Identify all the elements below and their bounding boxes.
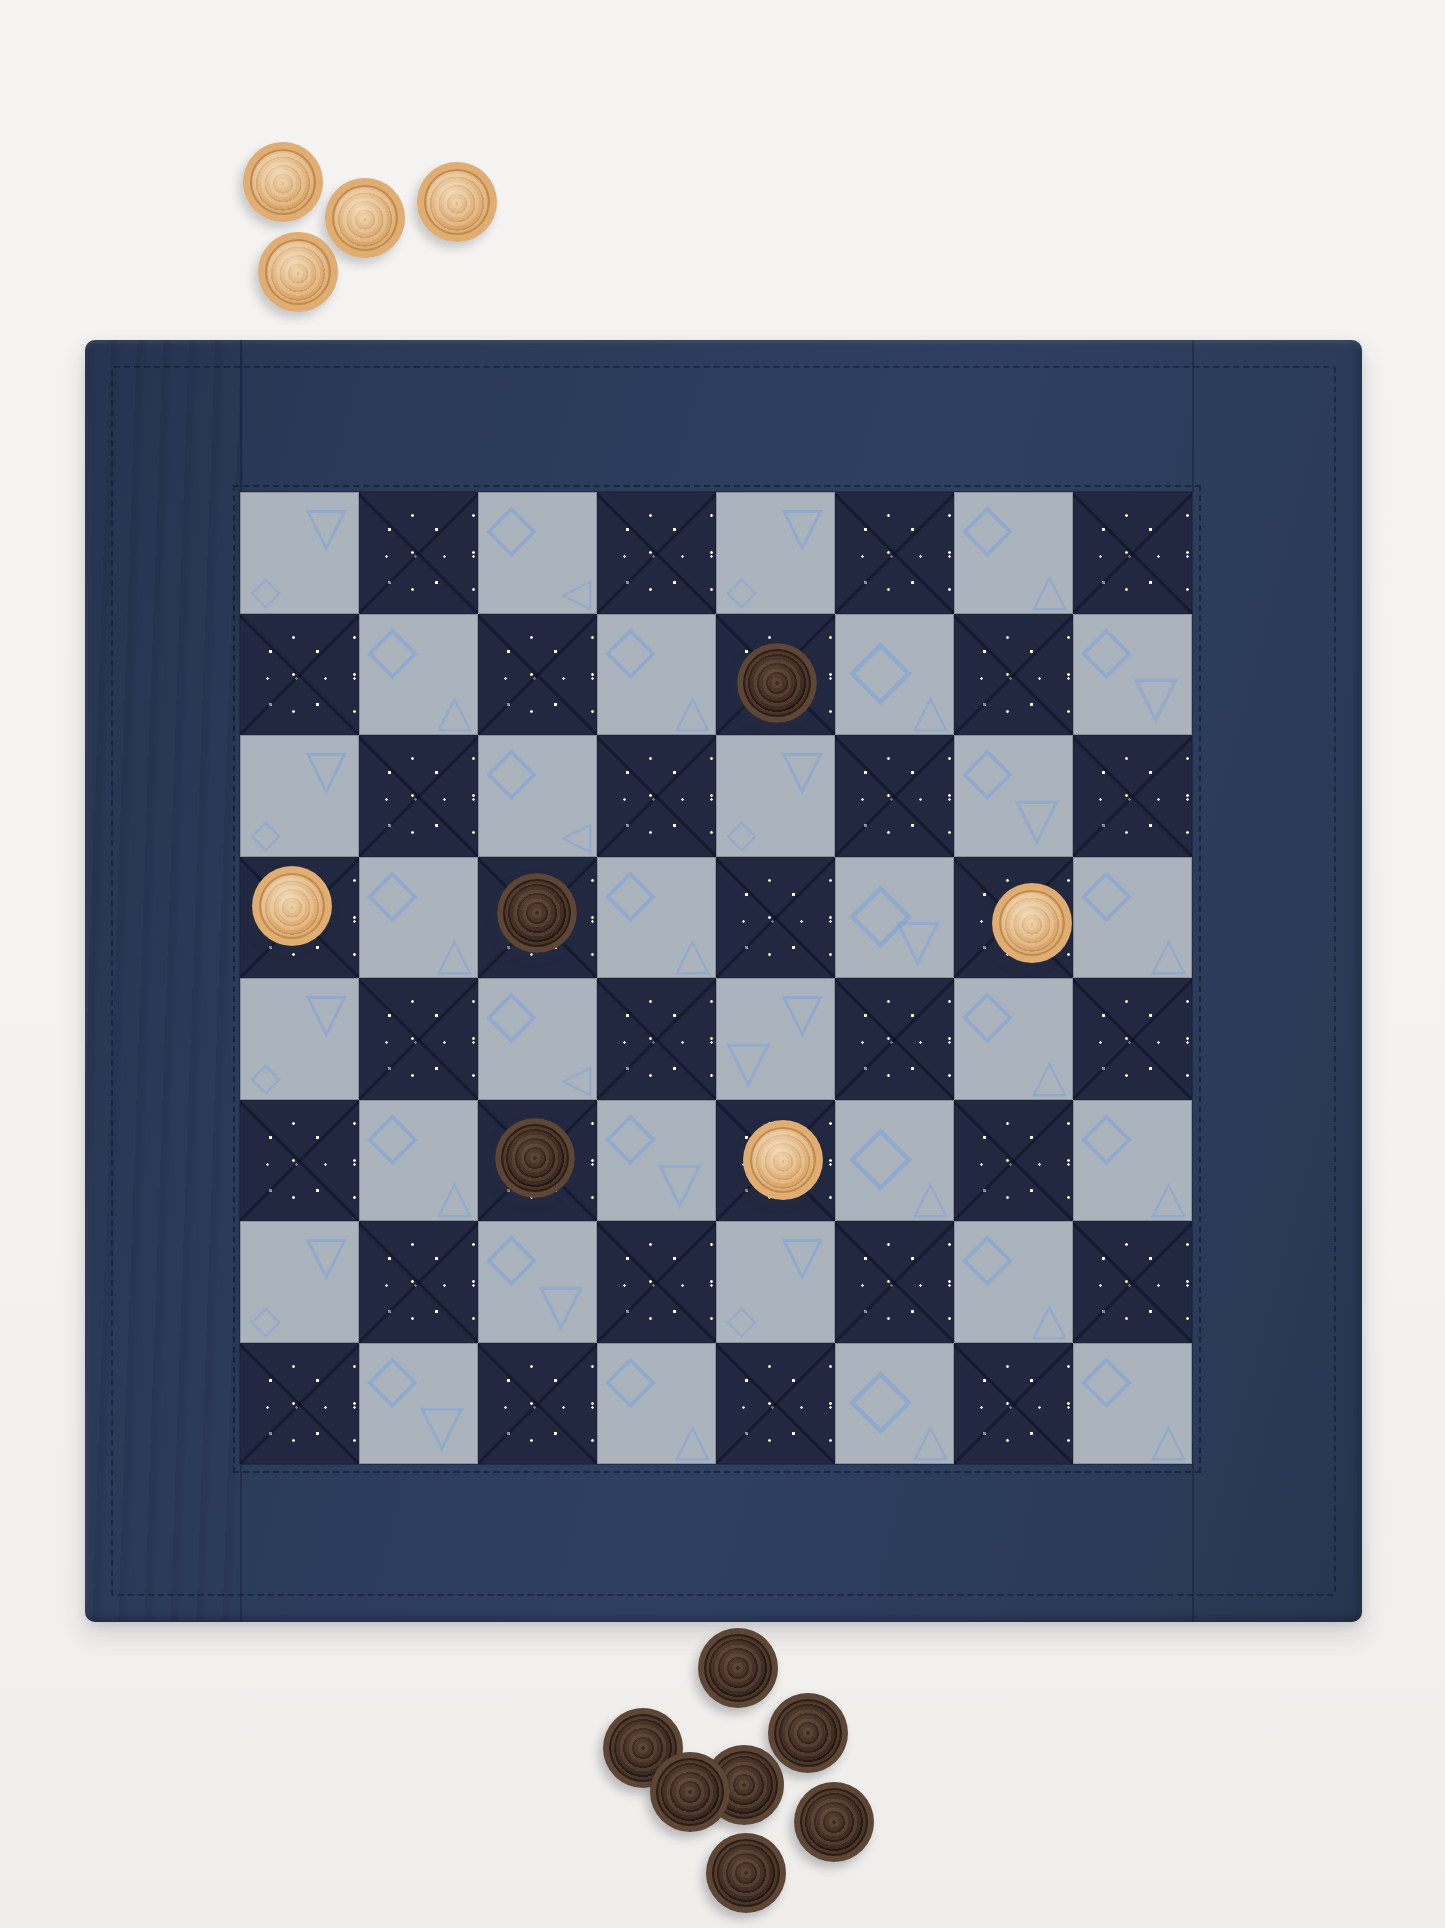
square-r3c4[interactable] [716, 857, 835, 979]
square-r2c5[interactable] [835, 735, 954, 857]
checker-dark-piece-r5c2[interactable] [495, 1118, 575, 1198]
square-r5c6[interactable] [954, 1100, 1073, 1222]
square-r7c1[interactable] [359, 1343, 478, 1465]
square-r4c1[interactable] [359, 978, 478, 1100]
checker-dark-piece-offboard[interactable] [706, 1833, 786, 1913]
square-r1c0[interactable] [240, 614, 359, 736]
square-r2c1[interactable] [359, 735, 478, 857]
square-r6c6[interactable] [954, 1221, 1073, 1343]
checker-light-piece-r3c0[interactable] [252, 866, 332, 946]
fabric-wrinkle-shading [85, 340, 243, 1622]
board-grid [240, 492, 1192, 1464]
square-r2c3[interactable] [597, 735, 716, 857]
border-seam [240, 340, 242, 492]
square-r6c7[interactable] [1073, 1221, 1192, 1343]
square-r6c5[interactable] [835, 1221, 954, 1343]
square-r1c1[interactable] [359, 614, 478, 736]
square-r1c6[interactable] [954, 614, 1073, 736]
checker-dark-piece-r1c4[interactable] [737, 643, 817, 723]
square-r6c2[interactable] [478, 1221, 597, 1343]
square-r7c3[interactable] [597, 1343, 716, 1465]
square-r5c7[interactable] [1073, 1100, 1192, 1222]
square-r2c2[interactable] [478, 735, 597, 857]
square-r6c1[interactable] [359, 1221, 478, 1343]
checker-light-piece-offboard[interactable] [258, 232, 338, 312]
square-r6c3[interactable] [597, 1221, 716, 1343]
square-r3c5[interactable] [835, 857, 954, 979]
square-r4c5[interactable] [835, 978, 954, 1100]
square-r1c2[interactable] [478, 614, 597, 736]
square-r5c3[interactable] [597, 1100, 716, 1222]
square-r1c3[interactable] [597, 614, 716, 736]
square-r4c2[interactable] [478, 978, 597, 1100]
square-r6c4[interactable] [716, 1221, 835, 1343]
square-r7c0[interactable] [240, 1343, 359, 1465]
square-r0c7[interactable] [1073, 492, 1192, 614]
square-r4c3[interactable] [597, 978, 716, 1100]
border-seam [1192, 1464, 1194, 1622]
square-r3c1[interactable] [359, 857, 478, 979]
square-r4c0[interactable] [240, 978, 359, 1100]
checker-dark-piece-r3c2[interactable] [497, 873, 577, 953]
square-r4c4[interactable] [716, 978, 835, 1100]
square-r0c1[interactable] [359, 492, 478, 614]
checker-light-piece-r3c6[interactable] [992, 883, 1072, 963]
checker-light-piece-offboard[interactable] [243, 142, 323, 222]
checker-light-piece-offboard[interactable] [325, 178, 405, 258]
square-r0c0[interactable] [240, 492, 359, 614]
square-r3c3[interactable] [597, 857, 716, 979]
square-r4c7[interactable] [1073, 978, 1192, 1100]
square-r7c7[interactable] [1073, 1343, 1192, 1465]
square-r2c0[interactable] [240, 735, 359, 857]
square-r0c5[interactable] [835, 492, 954, 614]
checkers-board-quilt [85, 340, 1362, 1622]
square-r4c6[interactable] [954, 978, 1073, 1100]
square-r2c7[interactable] [1073, 735, 1192, 857]
square-r7c5[interactable] [835, 1343, 954, 1465]
square-r6c0[interactable] [240, 1221, 359, 1343]
square-r0c6[interactable] [954, 492, 1073, 614]
square-r1c7[interactable] [1073, 614, 1192, 736]
checker-dark-piece-offboard[interactable] [768, 1693, 848, 1773]
square-r5c5[interactable] [835, 1100, 954, 1222]
square-r7c6[interactable] [954, 1343, 1073, 1465]
checker-light-piece-offboard[interactable] [417, 162, 497, 242]
square-r7c4[interactable] [716, 1343, 835, 1465]
checker-dark-piece-offboard[interactable] [794, 1782, 874, 1862]
square-r2c4[interactable] [716, 735, 835, 857]
checker-light-piece-r5c4[interactable] [743, 1120, 823, 1200]
checker-dark-piece-offboard[interactable] [650, 1752, 730, 1832]
square-r0c4[interactable] [716, 492, 835, 614]
square-r1c5[interactable] [835, 614, 954, 736]
square-r2c6[interactable] [954, 735, 1073, 857]
photo-backdrop [0, 0, 1445, 1928]
checker-dark-piece-offboard[interactable] [698, 1628, 778, 1708]
square-r5c1[interactable] [359, 1100, 478, 1222]
square-r7c2[interactable] [478, 1343, 597, 1465]
square-r0c3[interactable] [597, 492, 716, 614]
border-seam [1192, 340, 1194, 492]
square-r0c2[interactable] [478, 492, 597, 614]
square-r5c0[interactable] [240, 1100, 359, 1222]
border-seam [240, 1464, 242, 1622]
square-r3c7[interactable] [1073, 857, 1192, 979]
